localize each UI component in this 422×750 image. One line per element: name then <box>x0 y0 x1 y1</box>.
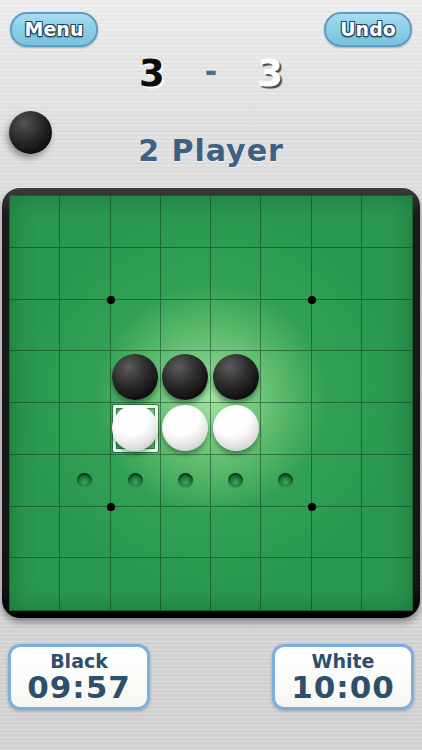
cell-f5[interactable] <box>261 403 311 455</box>
legal-move-dot-e6[interactable] <box>228 473 243 488</box>
cell-h4[interactable] <box>362 351 412 403</box>
cell-g5[interactable] <box>312 403 362 455</box>
cell-f1[interactable] <box>261 196 311 248</box>
undo-button[interactable]: Undo <box>324 12 412 47</box>
cell-c3[interactable] <box>111 300 161 352</box>
cell-d6[interactable] <box>161 455 211 507</box>
board-grid: ●●●●●● <box>9 195 413 611</box>
cell-d7[interactable] <box>161 507 211 559</box>
cell-a7[interactable] <box>10 507 60 559</box>
othello-app-screen: Menu Undo 3 - 3 ● 2 Player ●●●●●● Black … <box>0 0 422 750</box>
cell-c1[interactable] <box>111 196 161 248</box>
cell-b4[interactable] <box>60 351 110 403</box>
black-score: 3 <box>139 55 165 92</box>
cell-g3[interactable] <box>312 300 362 352</box>
cell-b1[interactable] <box>60 196 110 248</box>
board-frame: ●●●●●● <box>2 188 420 618</box>
cell-a4[interactable] <box>10 351 60 403</box>
cell-e7[interactable] <box>211 507 261 559</box>
legal-move-dot-c6[interactable] <box>128 473 143 488</box>
white-disc: ● <box>112 405 158 451</box>
legal-move-dot-d6[interactable] <box>178 473 193 488</box>
cell-e5[interactable]: ● <box>211 403 261 455</box>
cell-e4[interactable]: ● <box>211 351 261 403</box>
cell-f3[interactable] <box>261 300 311 352</box>
legal-move-dot-f6[interactable] <box>278 473 293 488</box>
cell-h7[interactable] <box>362 507 412 559</box>
cell-b8[interactable] <box>60 558 110 610</box>
cell-b6[interactable] <box>60 455 110 507</box>
white-disc: ● <box>162 405 208 451</box>
white-score: 3 <box>257 55 283 92</box>
cell-a6[interactable] <box>10 455 60 507</box>
cell-a2[interactable] <box>10 248 60 300</box>
black-timer: Black 09:57 <box>8 644 150 710</box>
cell-h6[interactable] <box>362 455 412 507</box>
cell-d5[interactable]: ● <box>161 403 211 455</box>
cell-e8[interactable] <box>211 558 261 610</box>
cell-g4[interactable] <box>312 351 362 403</box>
cell-h3[interactable] <box>362 300 412 352</box>
cell-h1[interactable] <box>362 196 412 248</box>
cell-e6[interactable] <box>211 455 261 507</box>
cell-g8[interactable] <box>312 558 362 610</box>
cell-a5[interactable] <box>10 403 60 455</box>
black-disc: ● <box>213 354 259 400</box>
cell-f4[interactable] <box>261 351 311 403</box>
cell-a1[interactable] <box>10 196 60 248</box>
cell-b7[interactable] <box>60 507 110 559</box>
cell-b5[interactable] <box>60 403 110 455</box>
black-disc: ● <box>162 354 208 400</box>
cell-b3[interactable] <box>60 300 110 352</box>
cell-g1[interactable] <box>312 196 362 248</box>
cell-f8[interactable] <box>261 558 311 610</box>
cell-g2[interactable] <box>312 248 362 300</box>
score-display: 3 - 3 <box>0 55 422 92</box>
cell-d2[interactable] <box>161 248 211 300</box>
cell-c5[interactable]: ● <box>111 403 161 455</box>
cell-e3[interactable] <box>211 300 261 352</box>
cell-c7[interactable] <box>111 507 161 559</box>
menu-button[interactable]: Menu <box>10 12 98 47</box>
cell-f2[interactable] <box>261 248 311 300</box>
star-point <box>107 503 115 511</box>
cell-f7[interactable] <box>261 507 311 559</box>
white-disc: ● <box>213 405 259 451</box>
cell-g7[interactable] <box>312 507 362 559</box>
black-timer-time: 09:57 <box>11 672 147 703</box>
cell-e2[interactable] <box>211 248 261 300</box>
star-point <box>308 503 316 511</box>
cell-c8[interactable] <box>111 558 161 610</box>
cell-d3[interactable] <box>161 300 211 352</box>
cell-c2[interactable] <box>111 248 161 300</box>
star-point <box>107 296 115 304</box>
cell-f6[interactable] <box>261 455 311 507</box>
cell-g6[interactable] <box>312 455 362 507</box>
cell-c4[interactable]: ● <box>111 351 161 403</box>
game-mode-label: 2 Player <box>0 133 422 168</box>
cell-d1[interactable] <box>161 196 211 248</box>
cell-a8[interactable] <box>10 558 60 610</box>
star-point <box>308 296 316 304</box>
cell-h8[interactable] <box>362 558 412 610</box>
legal-move-dot-b6[interactable] <box>77 473 92 488</box>
cell-b2[interactable] <box>60 248 110 300</box>
cell-d8[interactable] <box>161 558 211 610</box>
cell-d4[interactable]: ● <box>161 351 211 403</box>
white-timer: White 10:00 <box>272 644 414 710</box>
cell-e1[interactable] <box>211 196 261 248</box>
cell-c6[interactable] <box>111 455 161 507</box>
white-timer-time: 10:00 <box>275 672 411 703</box>
cell-a3[interactable] <box>10 300 60 352</box>
cell-h5[interactable] <box>362 403 412 455</box>
score-separator: - <box>205 57 217 87</box>
cell-h2[interactable] <box>362 248 412 300</box>
black-disc: ● <box>112 354 158 400</box>
